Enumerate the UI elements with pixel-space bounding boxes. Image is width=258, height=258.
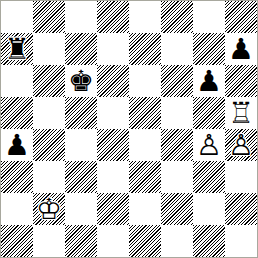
square-a2[interactable] [1, 193, 33, 225]
square-e4[interactable] [129, 129, 161, 161]
square-f2[interactable] [161, 193, 193, 225]
square-c5[interactable] [65, 97, 97, 129]
black-king-glyph: ♚ [65, 65, 97, 97]
square-a4[interactable]: ♟♟ [1, 129, 33, 161]
square-g6[interactable]: ♟♟ [193, 65, 225, 97]
square-e8[interactable] [129, 1, 161, 33]
square-d5[interactable] [97, 97, 129, 129]
square-a1[interactable] [1, 225, 33, 257]
square-g3[interactable] [193, 161, 225, 193]
square-a7[interactable]: ♜♜ [1, 33, 33, 65]
square-h4[interactable]: ♟♙ [225, 129, 257, 161]
square-c6[interactable]: ♚♚ [65, 65, 97, 97]
square-e2[interactable] [129, 193, 161, 225]
piece-white-king[interactable]: ♚♔ [33, 193, 65, 225]
white-king-glyph: ♔ [33, 193, 65, 225]
square-b8[interactable] [33, 1, 65, 33]
square-e3[interactable] [129, 161, 161, 193]
square-b7[interactable] [33, 33, 65, 65]
square-a6[interactable] [1, 65, 33, 97]
square-c4[interactable] [65, 129, 97, 161]
square-d6[interactable] [97, 65, 129, 97]
white-pawn-glyph: ♙ [193, 129, 225, 161]
square-f8[interactable] [161, 1, 193, 33]
square-g1[interactable] [193, 225, 225, 257]
square-h2[interactable] [225, 193, 257, 225]
square-c8[interactable] [65, 1, 97, 33]
square-c7[interactable] [65, 33, 97, 65]
square-d2[interactable] [97, 193, 129, 225]
white-rook-glyph: ♖ [225, 97, 257, 129]
square-f3[interactable] [161, 161, 193, 193]
black-pawn-glyph: ♟ [193, 65, 225, 97]
square-d1[interactable] [97, 225, 129, 257]
square-h6[interactable] [225, 65, 257, 97]
square-e7[interactable] [129, 33, 161, 65]
square-d8[interactable] [97, 1, 129, 33]
square-g7[interactable] [193, 33, 225, 65]
chess-board: ♜♜♟♟♚♚♟♟♜♖♟♟♟♙♟♙♚♔ [0, 0, 258, 258]
square-h1[interactable] [225, 225, 257, 257]
square-b1[interactable] [33, 225, 65, 257]
black-pawn-glyph: ♟ [1, 129, 33, 161]
piece-white-rook[interactable]: ♜♖ [225, 97, 257, 129]
square-g4[interactable]: ♟♙ [193, 129, 225, 161]
square-g2[interactable] [193, 193, 225, 225]
square-f5[interactable] [161, 97, 193, 129]
square-b4[interactable] [33, 129, 65, 161]
square-g8[interactable] [193, 1, 225, 33]
square-d3[interactable] [97, 161, 129, 193]
piece-white-pawn[interactable]: ♟♙ [225, 129, 257, 161]
piece-black-pawn[interactable]: ♟♟ [193, 65, 225, 97]
square-b5[interactable] [33, 97, 65, 129]
piece-black-king[interactable]: ♚♚ [65, 65, 97, 97]
square-h7[interactable]: ♟♟ [225, 33, 257, 65]
black-pawn-glyph: ♟ [225, 33, 257, 65]
square-f4[interactable] [161, 129, 193, 161]
square-h5[interactable]: ♜♖ [225, 97, 257, 129]
square-b6[interactable] [33, 65, 65, 97]
square-f1[interactable] [161, 225, 193, 257]
square-e6[interactable] [129, 65, 161, 97]
square-e5[interactable] [129, 97, 161, 129]
square-c3[interactable] [65, 161, 97, 193]
square-d7[interactable] [97, 33, 129, 65]
square-h3[interactable] [225, 161, 257, 193]
piece-black-pawn[interactable]: ♟♟ [225, 33, 257, 65]
square-c1[interactable] [65, 225, 97, 257]
white-pawn-glyph: ♙ [225, 129, 257, 161]
square-h8[interactable] [225, 1, 257, 33]
piece-white-pawn[interactable]: ♟♙ [193, 129, 225, 161]
square-b2[interactable]: ♚♔ [33, 193, 65, 225]
square-a8[interactable] [1, 1, 33, 33]
square-a5[interactable] [1, 97, 33, 129]
piece-black-rook[interactable]: ♜♜ [1, 33, 33, 65]
square-c2[interactable] [65, 193, 97, 225]
black-rook-glyph: ♜ [1, 33, 33, 65]
square-f6[interactable] [161, 65, 193, 97]
piece-black-pawn[interactable]: ♟♟ [1, 129, 33, 161]
square-b3[interactable] [33, 161, 65, 193]
square-d4[interactable] [97, 129, 129, 161]
square-a3[interactable] [1, 161, 33, 193]
square-f7[interactable] [161, 33, 193, 65]
square-e1[interactable] [129, 225, 161, 257]
square-g5[interactable] [193, 97, 225, 129]
